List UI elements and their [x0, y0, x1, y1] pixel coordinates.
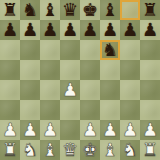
piece-white-pawn[interactable]: ♟	[122, 120, 138, 140]
square-g8[interactable]	[120, 0, 140, 20]
piece-black-knight[interactable]: ♞	[102, 40, 118, 60]
square-a3[interactable]	[0, 100, 20, 120]
square-g4[interactable]	[120, 80, 140, 100]
square-h8[interactable]: ♜	[140, 0, 160, 20]
square-e6[interactable]	[80, 40, 100, 60]
piece-white-pawn[interactable]: ♟	[2, 120, 18, 140]
piece-white-pawn[interactable]: ♟	[62, 80, 78, 100]
square-a7[interactable]: ♟	[0, 20, 20, 40]
square-d1[interactable]: ♛	[60, 140, 80, 160]
square-c4[interactable]	[40, 80, 60, 100]
piece-white-rook[interactable]: ♜	[142, 140, 158, 160]
piece-black-pawn[interactable]: ♟	[62, 20, 78, 40]
square-d7[interactable]: ♟	[60, 20, 80, 40]
square-g3[interactable]	[120, 100, 140, 120]
piece-black-bishop[interactable]: ♝	[42, 0, 58, 20]
square-g2[interactable]: ♟	[120, 120, 140, 140]
square-f5[interactable]	[100, 60, 120, 80]
square-b1[interactable]: ♞	[20, 140, 40, 160]
square-f4[interactable]	[100, 80, 120, 100]
piece-white-queen[interactable]: ♛	[62, 140, 78, 160]
piece-white-pawn[interactable]: ♟	[42, 120, 58, 140]
piece-white-bishop[interactable]: ♝	[102, 140, 118, 160]
square-f8[interactable]: ♝	[100, 0, 120, 20]
piece-white-pawn[interactable]: ♟	[142, 120, 158, 140]
piece-black-rook[interactable]: ♜	[2, 0, 18, 20]
square-e3[interactable]	[80, 100, 100, 120]
square-d8[interactable]: ♛	[60, 0, 80, 20]
square-b6[interactable]	[20, 40, 40, 60]
square-c7[interactable]: ♟	[40, 20, 60, 40]
piece-black-rook[interactable]: ♜	[142, 0, 158, 20]
square-d3[interactable]	[60, 100, 80, 120]
square-a8[interactable]: ♜	[0, 0, 20, 20]
square-b2[interactable]: ♟	[20, 120, 40, 140]
piece-black-pawn[interactable]: ♟	[82, 20, 98, 40]
square-a1[interactable]: ♜	[0, 140, 20, 160]
piece-black-bishop[interactable]: ♝	[102, 0, 118, 20]
piece-black-pawn[interactable]: ♟	[42, 20, 58, 40]
piece-black-pawn[interactable]: ♟	[22, 20, 38, 40]
square-h6[interactable]	[140, 40, 160, 60]
square-c8[interactable]: ♝	[40, 0, 60, 20]
piece-black-pawn[interactable]: ♟	[142, 20, 158, 40]
square-g6[interactable]	[120, 40, 140, 60]
square-e8[interactable]: ♚	[80, 0, 100, 20]
square-c1[interactable]: ♝	[40, 140, 60, 160]
square-d2[interactable]	[60, 120, 80, 140]
square-b7[interactable]: ♟	[20, 20, 40, 40]
piece-white-bishop[interactable]: ♝	[42, 140, 58, 160]
square-e4[interactable]	[80, 80, 100, 100]
piece-white-king[interactable]: ♚	[82, 140, 98, 160]
piece-white-knight[interactable]: ♞	[22, 140, 38, 160]
piece-white-pawn[interactable]: ♟	[22, 120, 38, 140]
piece-black-pawn[interactable]: ♟	[122, 20, 138, 40]
square-e1[interactable]: ♚	[80, 140, 100, 160]
square-b8[interactable]: ♞	[20, 0, 40, 20]
piece-white-pawn[interactable]: ♟	[102, 120, 118, 140]
piece-black-king[interactable]: ♚	[82, 0, 98, 20]
square-f6[interactable]: ♞	[100, 40, 120, 60]
square-f2[interactable]: ♟	[100, 120, 120, 140]
square-c3[interactable]	[40, 100, 60, 120]
square-f7[interactable]: ♟	[100, 20, 120, 40]
square-h3[interactable]	[140, 100, 160, 120]
piece-black-queen[interactable]: ♛	[62, 0, 78, 20]
piece-white-rook[interactable]: ♜	[2, 140, 18, 160]
square-d6[interactable]	[60, 40, 80, 60]
square-b3[interactable]	[20, 100, 40, 120]
piece-black-knight[interactable]: ♞	[22, 0, 38, 20]
piece-black-pawn[interactable]: ♟	[102, 20, 118, 40]
square-e5[interactable]	[80, 60, 100, 80]
square-a4[interactable]	[0, 80, 20, 100]
square-h1[interactable]: ♜	[140, 140, 160, 160]
square-d4[interactable]: ♟	[60, 80, 80, 100]
chess-board: ♜♞♝♛♚♝♜♟♟♟♟♟♟♟♟♞♟♟♟♟♟♟♟♟♜♞♝♛♚♝♞♜	[0, 0, 160, 160]
square-a5[interactable]	[0, 60, 20, 80]
square-h7[interactable]: ♟	[140, 20, 160, 40]
square-h5[interactable]	[140, 60, 160, 80]
square-b5[interactable]	[20, 60, 40, 80]
square-a6[interactable]	[0, 40, 20, 60]
square-c5[interactable]	[40, 60, 60, 80]
square-d5[interactable]	[60, 60, 80, 80]
square-c6[interactable]	[40, 40, 60, 60]
square-g7[interactable]: ♟	[120, 20, 140, 40]
square-a2[interactable]: ♟	[0, 120, 20, 140]
square-f1[interactable]: ♝	[100, 140, 120, 160]
square-e2[interactable]: ♟	[80, 120, 100, 140]
square-c2[interactable]: ♟	[40, 120, 60, 140]
piece-white-pawn[interactable]: ♟	[82, 120, 98, 140]
piece-white-knight[interactable]: ♞	[122, 140, 138, 160]
square-f3[interactable]	[100, 100, 120, 120]
square-g1[interactable]: ♞	[120, 140, 140, 160]
square-b4[interactable]	[20, 80, 40, 100]
piece-black-pawn[interactable]: ♟	[2, 20, 18, 40]
square-g5[interactable]	[120, 60, 140, 80]
square-e7[interactable]: ♟	[80, 20, 100, 40]
square-h4[interactable]	[140, 80, 160, 100]
square-h2[interactable]: ♟	[140, 120, 160, 140]
